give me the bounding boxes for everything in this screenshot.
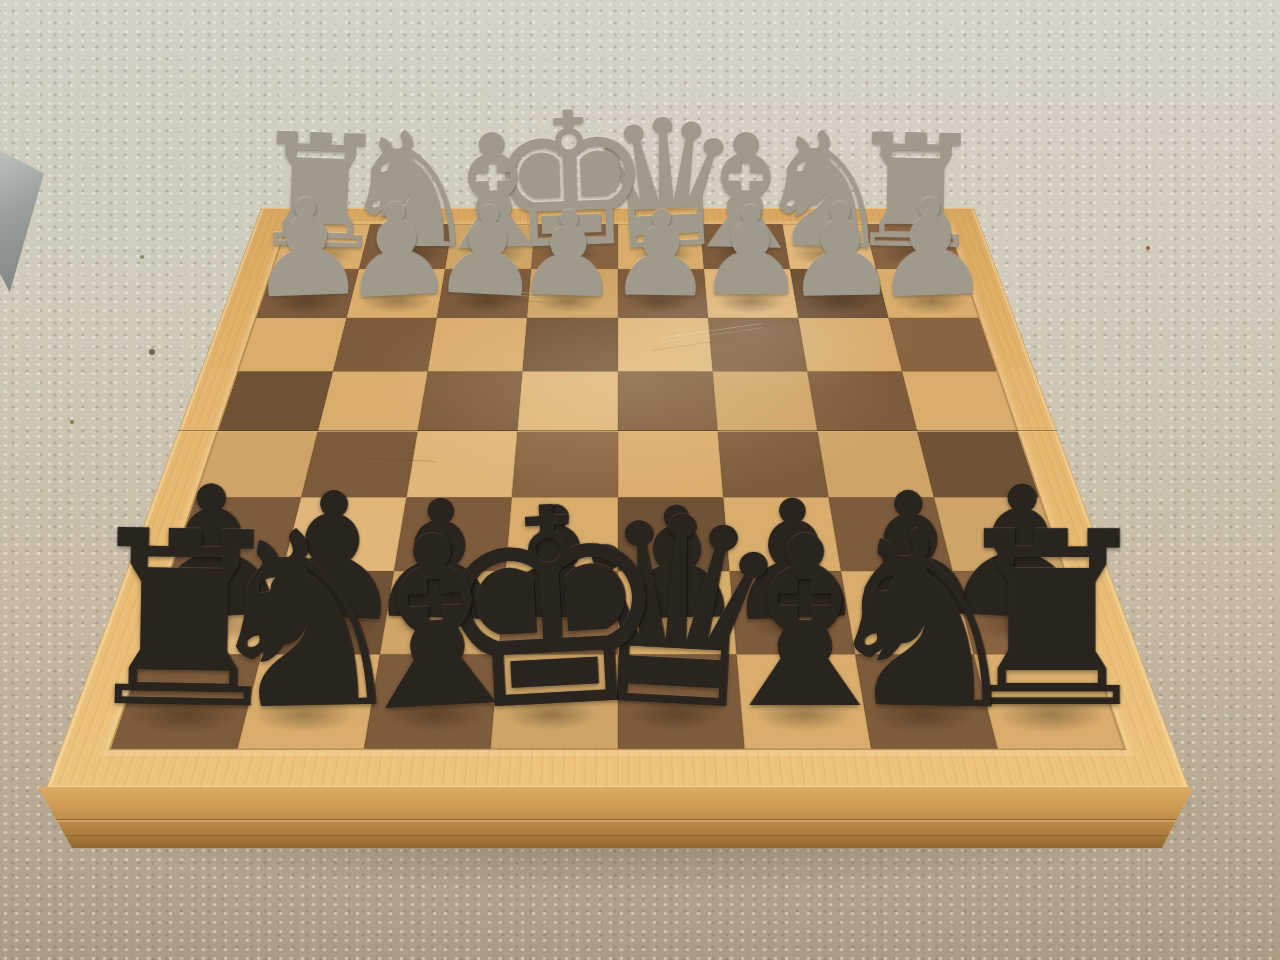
- piece-black-rook[interactable]: ♜: [74, 499, 294, 744]
- piece-white-pawn[interactable]: ♟: [245, 180, 369, 318]
- piece-white-pawn[interactable]: ♟: [607, 195, 714, 314]
- pieces-layer: ♜♞♝♛♚♝♞♜♟♟♟♟♟♟♟♟♟♟♟♟♟♟♟♟♜♞♝♛♚♝♞♜: [0, 0, 1280, 960]
- photo-scene: ♜♞♝♛♚♝♞♜♟♟♟♟♟♟♟♟♟♟♟♟♟♟♟♟♜♞♝♛♚♝♞♜: [0, 0, 1280, 960]
